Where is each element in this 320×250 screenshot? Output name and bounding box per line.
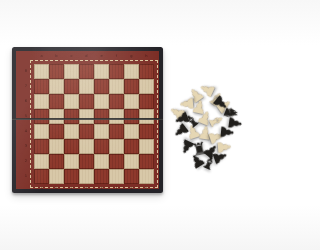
white-pawn-piece: ♟ <box>204 126 228 147</box>
board-square-h6 <box>139 94 154 109</box>
product-photo-stage: abcdefgh abcdefgh 87654321 87654321 ♟♟♝♟… <box>0 0 250 250</box>
coordinate-label: h <box>140 54 154 58</box>
board-square-b5 <box>49 109 64 124</box>
board-border: abcdefgh abcdefgh 87654321 87654321 <box>16 51 159 189</box>
coordinate-label: d <box>80 54 94 58</box>
board-square-e3 <box>94 139 109 154</box>
black-pawn-piece: ♟ <box>170 108 195 130</box>
board-square-e2 <box>94 154 109 169</box>
coordinate-label: a <box>35 186 49 190</box>
board-square-b4 <box>49 124 64 139</box>
board-square-g8 <box>124 64 139 79</box>
coordinate-label: c <box>65 186 79 190</box>
board-square-e8 <box>94 64 109 79</box>
board-square-h4 <box>139 124 154 139</box>
black-bishop-piece: ♝ <box>198 151 221 176</box>
board-square-c2 <box>64 154 79 169</box>
board-square-a2 <box>34 154 49 169</box>
fold-seam <box>12 118 163 120</box>
board-square-d5 <box>79 109 94 124</box>
board-square-a3 <box>34 139 49 154</box>
board-square-a7 <box>34 79 49 94</box>
black-pawn-piece: ♟ <box>224 114 246 133</box>
board-square-b7 <box>49 79 64 94</box>
board-square-d2 <box>79 154 94 169</box>
board-square-f8 <box>109 64 124 79</box>
coordinate-label: 4 <box>22 129 29 133</box>
black-pawn-piece: ♟ <box>185 148 209 173</box>
board-square-f1 <box>109 169 124 184</box>
coordinate-label: f <box>110 186 124 190</box>
black-bishop-piece: ♝ <box>179 108 204 134</box>
board-square-c4 <box>64 124 79 139</box>
board-square-a5 <box>34 109 49 124</box>
board-square-h7 <box>139 79 154 94</box>
white-pawn-piece: ♟ <box>196 122 215 144</box>
board-square-c1 <box>64 169 79 184</box>
board-square-f4 <box>109 124 124 139</box>
board-square-f6 <box>109 94 124 109</box>
coordinate-label: 3 <box>22 144 29 148</box>
coordinate-label: f <box>110 54 124 58</box>
board-square-d8 <box>79 64 94 79</box>
folded-chess-board: abcdefgh abcdefgh 87654321 87654321 <box>12 47 163 193</box>
coordinate-label: a <box>35 54 49 58</box>
board-square-h2 <box>139 154 154 169</box>
white-pawn-piece: ♟ <box>189 96 209 119</box>
board-square-g2 <box>124 154 139 169</box>
board-square-d1 <box>79 169 94 184</box>
coordinate-label: 7 <box>22 84 29 88</box>
white-bishop-piece: ♝ <box>204 110 229 133</box>
black-pawn-piece: ♟ <box>208 146 232 168</box>
board-square-g7 <box>124 79 139 94</box>
board-square-g3 <box>124 139 139 154</box>
board-square-e1 <box>94 169 109 184</box>
black-rook-piece: ♜ <box>189 138 209 161</box>
white-pawn-piece: ♟ <box>164 101 189 125</box>
board-square-f3 <box>109 139 124 154</box>
board-square-c7 <box>64 79 79 94</box>
board-square-g6 <box>124 94 139 109</box>
board-square-g4 <box>124 124 139 139</box>
board-square-c5 <box>64 109 79 124</box>
coordinate-label: e <box>95 186 109 190</box>
board-square-g5 <box>124 109 139 124</box>
board-square-b1 <box>49 169 64 184</box>
board-square-d4 <box>79 124 94 139</box>
coordinate-label: b <box>50 186 64 190</box>
board-grid <box>34 64 154 184</box>
coordinate-label: c <box>65 54 79 58</box>
board-square-b2 <box>49 154 64 169</box>
black-pawn-piece: ♟ <box>198 138 223 164</box>
black-pawn-piece: ♟ <box>168 119 194 144</box>
board-square-a1 <box>34 169 49 184</box>
white-pawn-piece: ♟ <box>213 138 234 156</box>
board-square-b8 <box>49 64 64 79</box>
board-square-a6 <box>34 94 49 109</box>
coordinate-label: e <box>95 54 109 58</box>
board-square-c8 <box>64 64 79 79</box>
coordinate-label: 2 <box>22 159 29 163</box>
board-square-h3 <box>139 139 154 154</box>
board-square-b6 <box>49 94 64 109</box>
board-square-b3 <box>49 139 64 154</box>
board-square-d6 <box>79 94 94 109</box>
coordinate-label: 1 <box>22 174 29 178</box>
board-square-f2 <box>109 154 124 169</box>
board-square-c3 <box>64 139 79 154</box>
white-pawn-piece: ♟ <box>182 120 203 144</box>
board-square-h1 <box>139 169 154 184</box>
coordinate-label: g <box>125 54 139 58</box>
coordinate-label: g <box>125 186 139 190</box>
board-square-d7 <box>79 79 94 94</box>
coordinate-label: h <box>140 186 154 190</box>
board-square-c6 <box>64 94 79 109</box>
white-pawn-piece: ♟ <box>195 79 220 102</box>
coordinate-label: 6 <box>22 99 29 103</box>
black-pawn-piece: ♟ <box>216 123 237 141</box>
coordinate-label: 8 <box>22 69 29 73</box>
coordinate-label: d <box>80 186 94 190</box>
board-square-f7 <box>109 79 124 94</box>
board-square-a8 <box>34 64 49 79</box>
white-bishop-piece: ♝ <box>204 86 229 112</box>
board-square-f5 <box>109 109 124 124</box>
board-square-a4 <box>34 124 49 139</box>
board-square-e5 <box>94 109 109 124</box>
coordinate-label: b <box>50 54 64 58</box>
board-square-e4 <box>94 124 109 139</box>
board-square-h8 <box>139 64 154 79</box>
board-square-e7 <box>94 79 109 94</box>
white-pawn-piece: ♟ <box>176 95 197 113</box>
board-square-d3 <box>79 139 94 154</box>
black-pawn-piece: ♟ <box>176 135 199 160</box>
white-pawn-piece: ♟ <box>194 106 216 131</box>
board-square-h5 <box>139 109 154 124</box>
board-square-e6 <box>94 94 109 109</box>
white-pawn-piece: ♟ <box>211 94 237 119</box>
black-pawn-piece: ♟ <box>208 90 234 115</box>
black-knight-piece: ♞ <box>219 102 244 124</box>
white-pawn-piece: ♟ <box>184 82 209 108</box>
board-square-g1 <box>124 169 139 184</box>
